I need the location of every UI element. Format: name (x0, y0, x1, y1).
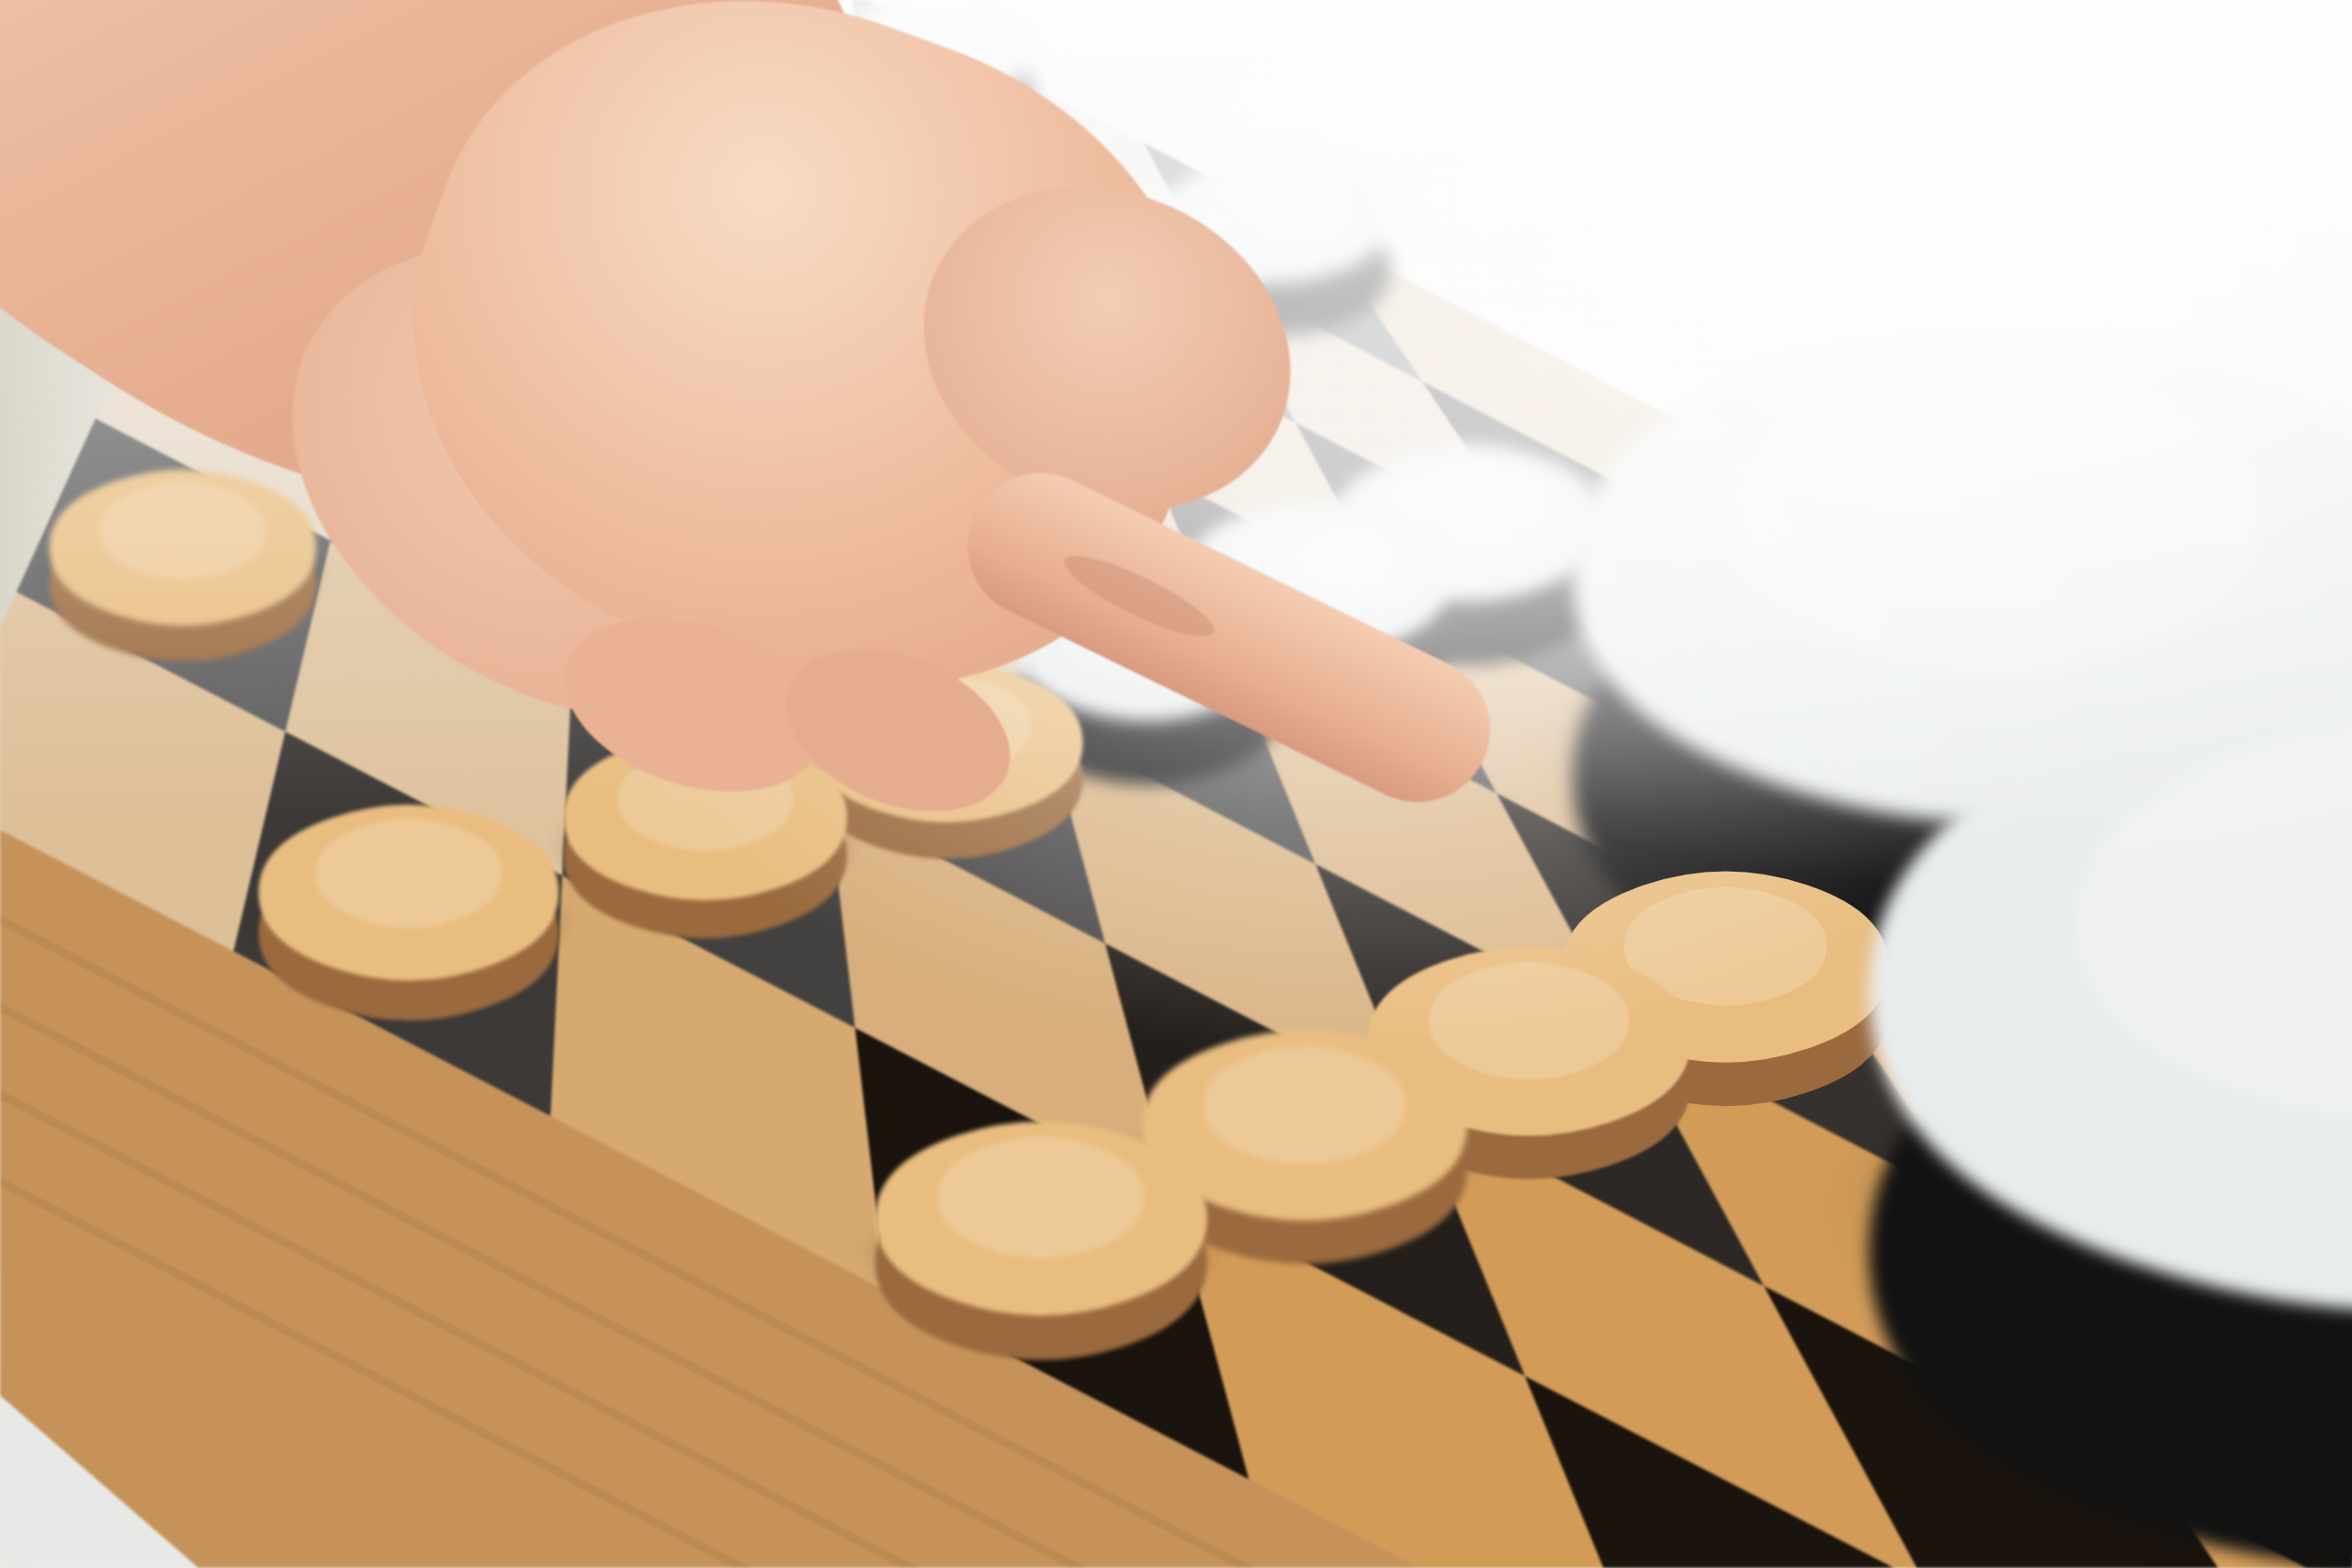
disc-highlight: ⬤ (2040, 696, 2352, 1084)
disc-highlight: ⬤ (305, 811, 512, 918)
disc-highlight: ⬤ (951, 242, 1104, 321)
disc-highlight: ⬤ (91, 475, 275, 570)
disc-highlight: ⬤ (379, 427, 550, 515)
disc-highlight: ⬤ (874, 0, 1004, 63)
piece-layer: ⬤⬤⬤⬤⬤⬤⬤⬤⬤⬤⬤⬤⬤⬤⬤⬤⬤⬤⬤⬤⬤⬤⬤⬤⬤⬤⬤⬤⬤⬤⬤⬤⬤⬤⬤⬤⬤⬤⬤⬤… (0, 0, 2352, 1568)
disc-highlight: ⬤ (1193, 1038, 1416, 1154)
checkers-photo-scene: ⬤⬤⬤⬤⬤⬤⬤⬤⬤⬤⬤⬤⬤⬤⬤⬤⬤⬤⬤⬤⬤⬤⬤⬤⬤⬤⬤⬤⬤⬤⬤⬤⬤⬤⬤⬤⬤⬤⬤⬤… (0, 0, 2352, 1568)
disc-highlight: ⬤ (607, 741, 802, 842)
disc-highlight: ⬤ (854, 669, 1041, 766)
disc-highlight: ⬤ (927, 1129, 1155, 1247)
